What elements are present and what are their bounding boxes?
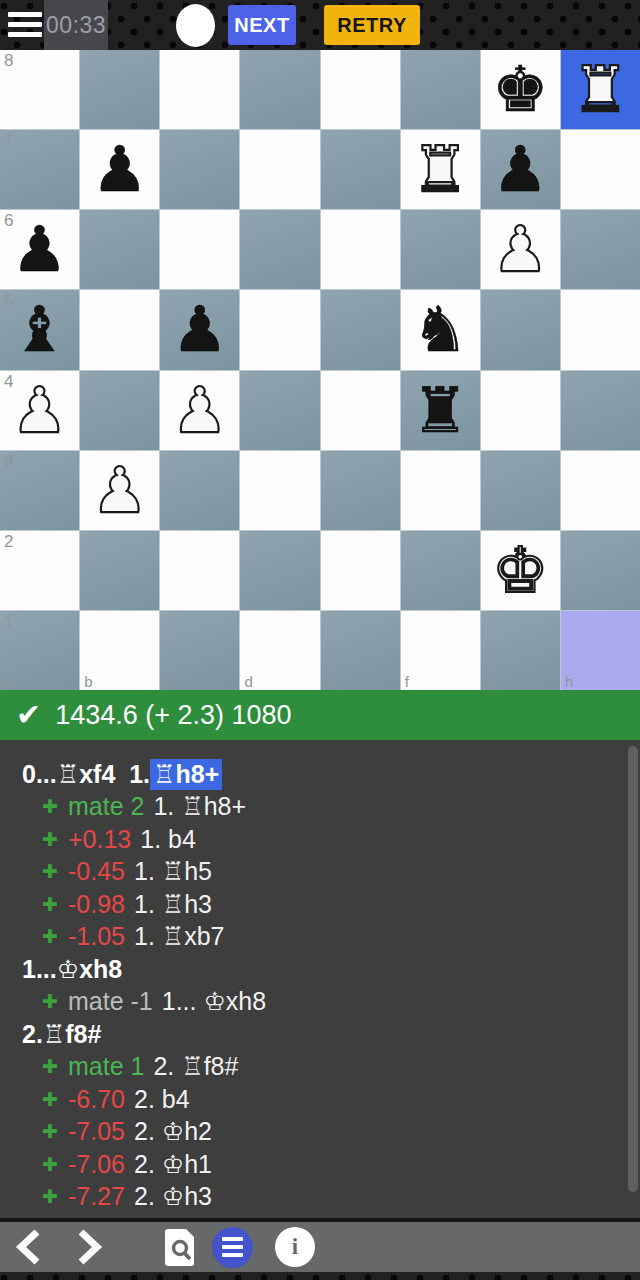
move-line[interactable]: 2.♖f8# [22, 1018, 616, 1051]
rating-text: 1434.6 (+ 2.3) 1080 [55, 700, 291, 731]
black-pawn[interactable]: ♟ [11, 218, 67, 281]
rank-label-1: 1 [4, 613, 13, 630]
square-d7[interactable] [240, 130, 319, 209]
engine-line[interactable]: ✚-7.052. ♔h2 [22, 1116, 616, 1149]
timer-value: 00:33 [46, 12, 106, 39]
engine-move-text[interactable]: 2. ♔h1 [134, 1150, 212, 1179]
square-c4[interactable]: ♟ [160, 371, 239, 450]
square-d6[interactable] [240, 210, 319, 289]
hamburger-menu-icon[interactable] [8, 12, 44, 38]
rank-label-7: 7 [4, 132, 13, 149]
file-label-g: g [485, 674, 493, 689]
expand-plus-icon[interactable]: ✚ [42, 1055, 68, 1078]
solved-check-icon: ✔ [16, 700, 41, 730]
rank-label-8: 8 [4, 52, 13, 69]
eval-value: mate 2 [68, 792, 144, 821]
eval-value: -7.05 [68, 1117, 125, 1146]
square-f2[interactable] [401, 531, 480, 610]
top-bar: 00:33 NEXT RETRY [0, 0, 640, 50]
engine-move-text[interactable]: 1... ♔xh8 [162, 987, 266, 1016]
square-b5[interactable] [80, 290, 159, 369]
engine-line[interactable]: ✚-1.051. ♖xb7 [22, 921, 616, 954]
square-h7[interactable] [561, 130, 640, 209]
white-rook[interactable]: ♜ [572, 58, 628, 121]
square-c6[interactable] [160, 210, 239, 289]
chess-board[interactable]: 8♚♜7♟♜♟6♟♟5♝♟♞4♟♟♜3♟2♚1abcdefgh [0, 50, 640, 690]
scrollbar[interactable] [628, 746, 638, 1192]
rank-label-5: 5 [4, 292, 13, 309]
move-line[interactable]: 1...♔xh8 [22, 953, 616, 986]
engine-line[interactable]: ✚+0.131. b4 [22, 823, 616, 856]
eval-value: -1.05 [68, 922, 125, 951]
expand-plus-icon[interactable]: ✚ [42, 1153, 68, 1176]
expand-plus-icon[interactable]: ✚ [42, 795, 68, 818]
expand-plus-icon[interactable]: ✚ [42, 860, 68, 883]
bottom-toolbar: i [0, 1222, 640, 1272]
black-pawn[interactable]: ♟ [91, 138, 147, 201]
square-g6[interactable]: ♟ [481, 210, 560, 289]
square-c1[interactable]: c [160, 611, 239, 690]
next-move-icon[interactable] [68, 1228, 106, 1266]
square-d8[interactable] [240, 50, 319, 129]
eval-value: -0.98 [68, 890, 125, 919]
engine-line[interactable]: ✚-0.451. ♖h5 [22, 856, 616, 889]
retry-button[interactable]: RETRY [324, 5, 420, 45]
square-d2[interactable] [240, 531, 319, 610]
black-knight[interactable]: ♞ [412, 298, 468, 361]
engine-line[interactable]: ✚mate 21. ♖h8+ [22, 791, 616, 824]
square-e6[interactable] [321, 210, 400, 289]
square-e3[interactable] [321, 451, 400, 530]
square-e2[interactable] [321, 531, 400, 610]
chess-tactics-app: 00:33 NEXT RETRY 8♚♜7♟♜♟6♟♟5♝♟♞4♟♟♜3♟2♚1… [0, 0, 640, 1280]
square-a7[interactable]: 7 [0, 130, 79, 209]
square-a3[interactable]: 3 [0, 451, 79, 530]
engine-line[interactable]: ✚-6.702. b4 [22, 1083, 616, 1116]
puzzle-timer: 00:33 [44, 0, 108, 50]
square-a6[interactable]: 6♟ [0, 210, 79, 289]
square-b2[interactable] [80, 531, 159, 610]
rank-label-2: 2 [4, 533, 13, 550]
black-pawn[interactable]: ♟ [492, 138, 548, 201]
square-e5[interactable] [321, 290, 400, 369]
move-text[interactable]: 2.♖f8# [22, 1020, 101, 1049]
expand-plus-icon[interactable]: ✚ [42, 1185, 68, 1208]
result-status-bar: ✔ 1434.6 (+ 2.3) 1080 [0, 690, 640, 740]
square-c3[interactable] [160, 451, 239, 530]
square-d3[interactable] [240, 451, 319, 530]
eval-value: +0.13 [68, 825, 131, 854]
next-button[interactable]: NEXT [228, 5, 296, 45]
info-icon[interactable]: i [275, 1227, 315, 1267]
square-d5[interactable] [240, 290, 319, 369]
move-line[interactable]: 0...♖xf4 1.♖h8+ [22, 758, 616, 791]
rank-label-6: 6 [4, 212, 13, 229]
eval-value: -6.70 [68, 1085, 125, 1114]
square-h3[interactable] [561, 451, 640, 530]
square-h4[interactable] [561, 371, 640, 450]
white-rook[interactable]: ♜ [412, 138, 468, 201]
engine-move-text[interactable]: 1. ♖xb7 [134, 922, 225, 951]
square-g1[interactable]: g [481, 611, 560, 690]
square-e1[interactable]: e [321, 611, 400, 690]
expand-plus-icon[interactable]: ✚ [42, 1120, 68, 1143]
square-a2[interactable]: 2 [0, 531, 79, 610]
bottom-strip [0, 1272, 640, 1280]
white-pawn[interactable]: ♟ [11, 379, 67, 442]
white-pawn[interactable]: ♟ [91, 459, 147, 522]
eval-value: -7.06 [68, 1150, 125, 1179]
engine-line[interactable]: ✚mate -11... ♔xh8 [22, 986, 616, 1019]
square-h8[interactable]: ♜ [561, 50, 640, 129]
black-pawn[interactable]: ♟ [172, 298, 228, 361]
square-g2[interactable]: ♚ [481, 531, 560, 610]
square-f7[interactable]: ♜ [401, 130, 480, 209]
square-b1[interactable]: b [80, 611, 159, 690]
square-c7[interactable] [160, 130, 239, 209]
white-pawn[interactable]: ♟ [172, 379, 228, 442]
square-h5[interactable] [561, 290, 640, 369]
square-e4[interactable] [321, 371, 400, 450]
square-g8[interactable]: ♚ [481, 50, 560, 129]
engine-move-text[interactable]: 1. ♖h8+ [153, 792, 246, 821]
square-h6[interactable] [561, 210, 640, 289]
analysis-panel: 0...♖xf4 1.♖h8+✚mate 21. ♖h8+✚+0.131. b4… [0, 740, 640, 1218]
selected-move[interactable]: ♖h8+ [150, 759, 222, 790]
square-g4[interactable] [481, 371, 560, 450]
square-d1[interactable]: d [240, 611, 319, 690]
square-g7[interactable]: ♟ [481, 130, 560, 209]
engine-move-text[interactable]: 1. ♖h3 [134, 890, 212, 919]
eval-value: mate 1 [68, 1052, 144, 1081]
engine-move-text[interactable]: 2. ♔h2 [134, 1117, 212, 1146]
file-label-c: c [164, 674, 172, 689]
engine-move-text[interactable]: 2. b4 [134, 1085, 190, 1114]
file-label-b: b [84, 674, 92, 689]
engine-move-text[interactable]: 2. ♖f8# [153, 1052, 238, 1081]
square-a5[interactable]: 5♝ [0, 290, 79, 369]
move-list: 0...♖xf4 1.♖h8+✚mate 21. ♖h8+✚+0.131. b4… [0, 740, 640, 1213]
eval-value: mate -1 [68, 987, 153, 1016]
square-b4[interactable] [80, 371, 159, 450]
expand-plus-icon[interactable]: ✚ [42, 828, 68, 851]
expand-plus-icon[interactable]: ✚ [42, 990, 68, 1013]
black-bishop[interactable]: ♝ [11, 298, 67, 361]
square-a8[interactable]: 8 [0, 50, 79, 129]
square-f5[interactable]: ♞ [401, 290, 480, 369]
square-a1[interactable]: 1a [0, 611, 79, 690]
file-label-h: h [565, 674, 573, 689]
square-f4[interactable]: ♜ [401, 371, 480, 450]
square-f8[interactable] [401, 50, 480, 129]
square-h1[interactable]: h [561, 611, 640, 690]
square-b6[interactable] [80, 210, 159, 289]
square-e8[interactable] [321, 50, 400, 129]
square-c8[interactable] [160, 50, 239, 129]
square-e7[interactable] [321, 130, 400, 209]
prev-move-icon[interactable] [12, 1228, 50, 1266]
move-text[interactable]: 1...♔xh8 [22, 955, 122, 984]
square-f3[interactable] [401, 451, 480, 530]
square-f6[interactable] [401, 210, 480, 289]
engine-lines-menu-icon[interactable] [212, 1227, 253, 1268]
eval-value: -0.45 [68, 857, 125, 886]
black-king[interactable]: ♚ [492, 58, 548, 121]
engine-move-text[interactable]: 2. ♔h3 [134, 1182, 212, 1211]
move-text[interactable]: 0...♖xf4 1. [22, 760, 150, 789]
rank-label-3: 3 [4, 453, 13, 470]
white-pawn[interactable]: ♟ [492, 218, 548, 281]
expand-plus-icon[interactable]: ✚ [42, 1088, 68, 1111]
black-rook[interactable]: ♜ [412, 379, 468, 442]
engine-move-text[interactable]: 1. b4 [140, 825, 196, 854]
square-f1[interactable]: f [401, 611, 480, 690]
engine-line[interactable]: ✚mate 12. ♖f8# [22, 1051, 616, 1084]
side-to-move-indicator [176, 4, 215, 47]
file-label-e: e [325, 674, 333, 689]
engine-move-text[interactable]: 1. ♖h5 [134, 857, 212, 886]
square-d4[interactable] [240, 371, 319, 450]
expand-plus-icon[interactable]: ✚ [42, 925, 68, 948]
analyze-document-icon[interactable] [164, 1227, 198, 1267]
engine-line[interactable]: ✚-7.062. ♔h1 [22, 1148, 616, 1181]
square-a4[interactable]: 4♟ [0, 371, 79, 450]
white-king[interactable]: ♚ [492, 539, 548, 602]
square-g3[interactable] [481, 451, 560, 530]
file-label-f: f [405, 674, 409, 689]
eval-value: -7.27 [68, 1182, 125, 1211]
square-b8[interactable] [80, 50, 159, 129]
square-h2[interactable] [561, 531, 640, 610]
square-b7[interactable]: ♟ [80, 130, 159, 209]
square-g5[interactable] [481, 290, 560, 369]
engine-line[interactable]: ✚-7.272. ♔h3 [22, 1181, 616, 1214]
square-c2[interactable] [160, 531, 239, 610]
rank-label-4: 4 [4, 373, 13, 390]
engine-line[interactable]: ✚-0.981. ♖h3 [22, 888, 616, 921]
file-label-a: a [4, 674, 12, 689]
square-b3[interactable]: ♟ [80, 451, 159, 530]
square-c5[interactable]: ♟ [160, 290, 239, 369]
file-label-d: d [244, 674, 252, 689]
expand-plus-icon[interactable]: ✚ [42, 893, 68, 916]
